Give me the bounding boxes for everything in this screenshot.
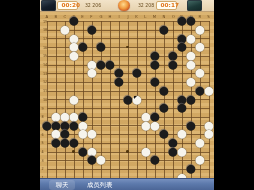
black-player-timer: 00:20 <box>57 1 78 10</box>
white-stone: ● <box>87 69 96 78</box>
go-app-window: 00:20 32 206 32 208 00:17 A19B18C17D16E1… <box>40 0 214 190</box>
white-stone: ● <box>69 95 78 104</box>
black-player-avatar <box>41 0 56 11</box>
row-label: 14 <box>40 61 46 68</box>
black-stone: ● <box>132 69 141 78</box>
white-stone: ● <box>177 130 186 139</box>
black-stone: ● <box>69 17 78 26</box>
black-stone: ● <box>150 156 159 165</box>
grid-line <box>209 21 210 179</box>
black-stone: ● <box>186 95 195 104</box>
white-stone: ● <box>195 156 204 165</box>
row-label: 4 <box>40 148 46 155</box>
white-player-timer: 00:17 <box>156 1 177 10</box>
game-status-icon <box>118 0 130 11</box>
screenshot-root: { "game": "go", "board": { "size": 19, "… <box>0 0 254 190</box>
white-player-counter: 32 208 <box>132 2 156 10</box>
black-stone: ● <box>159 104 168 113</box>
row-label: 19 <box>40 18 46 25</box>
white-player-timer-value: 00:17 <box>161 3 179 8</box>
top-status-bar: 00:20 32 206 32 208 00:17 <box>40 0 214 12</box>
black-stone: ● <box>87 25 96 34</box>
black-player-counter: 32 206 <box>79 2 103 10</box>
black-stone: ● <box>96 43 105 52</box>
white-stone: ● <box>195 25 204 34</box>
white-stone: ● <box>204 86 213 95</box>
row-label: 11 <box>40 87 46 94</box>
goban[interactable]: A19B18C17D16E15F14G13H12I11J10K9L8M7N6O5… <box>40 12 214 178</box>
black-player-counter-value: 32 206 <box>85 4 101 9</box>
tab-member-list-label: 成员列表 <box>87 182 112 189</box>
white-stone: ● <box>177 147 186 156</box>
black-stone: ● <box>177 104 186 113</box>
row-label: 5 <box>40 139 46 146</box>
tab-chat[interactable]: 聊天 <box>49 180 75 190</box>
white-stone: ● <box>195 69 204 78</box>
black-player-timer-value: 00:20 <box>62 3 80 8</box>
black-stone: ● <box>150 60 159 69</box>
row-label: 15 <box>40 52 46 59</box>
white-player-counter-value: 32 208 <box>138 4 154 9</box>
star-point <box>126 150 129 153</box>
black-stone: ● <box>186 165 195 174</box>
white-stone: ● <box>195 138 204 147</box>
row-label: 2 <box>40 165 46 172</box>
black-stone: ● <box>159 86 168 95</box>
last-move-marker <box>134 96 137 99</box>
bottom-tab-bar: 聊天 成员列表 <box>40 178 214 190</box>
row-label: 17 <box>40 35 46 42</box>
white-stone: ● <box>69 51 78 60</box>
star-point <box>72 150 75 153</box>
row-label: 16 <box>40 44 46 51</box>
row-label: 9 <box>40 105 46 112</box>
row-label: 18 <box>40 26 46 33</box>
white-stone: ● <box>195 43 204 52</box>
row-label: 10 <box>40 96 46 103</box>
row-label: 12 <box>40 78 46 85</box>
row-label: 13 <box>40 70 46 77</box>
white-stone: ● <box>204 130 213 139</box>
column-label: S <box>204 13 214 20</box>
row-label: 3 <box>40 157 46 164</box>
black-stone: ● <box>168 60 177 69</box>
black-stone: ● <box>78 43 87 52</box>
black-stone: ● <box>114 78 123 87</box>
white-stone: ● <box>96 156 105 165</box>
tab-member-list[interactable]: 成员列表 <box>80 180 130 190</box>
tab-chat-label: 聊天 <box>56 182 69 189</box>
white-stone: ● <box>87 130 96 139</box>
white-player-avatar <box>187 0 202 11</box>
black-stone: ● <box>186 121 195 130</box>
black-stone: ● <box>159 25 168 34</box>
